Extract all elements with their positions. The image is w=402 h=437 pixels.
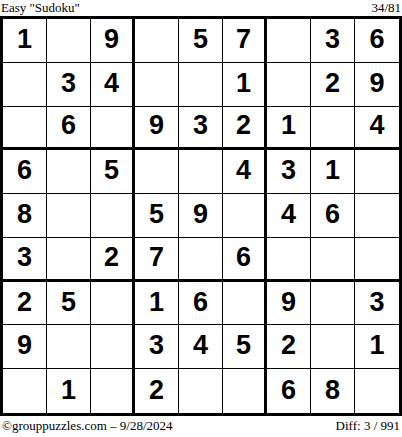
cell-r3c8[interactable] bbox=[311, 107, 355, 151]
cell-r4c2[interactable] bbox=[47, 150, 91, 194]
cell-r1c4[interactable] bbox=[135, 19, 179, 63]
cell-r7c2[interactable]: 5 bbox=[47, 282, 91, 326]
header: Easy "Sudoku" 34/81 bbox=[0, 0, 402, 16]
sudoku-board: 1957363412969321465431859463276251693934… bbox=[0, 16, 402, 416]
cell-r6c5[interactable] bbox=[179, 238, 223, 282]
copyright-date-label: ©grouppuzzles.com – 9/28/2024 bbox=[2, 419, 173, 433]
cell-r2c4[interactable] bbox=[135, 63, 179, 107]
cell-r7c7[interactable]: 9 bbox=[267, 282, 311, 326]
cell-r2c8[interactable]: 2 bbox=[311, 63, 355, 107]
cell-r9c3[interactable] bbox=[91, 369, 135, 413]
cell-r1c8[interactable]: 3 bbox=[311, 19, 355, 63]
difficulty-label: Diff: 3 / 991 bbox=[336, 419, 400, 433]
cell-r3c6[interactable]: 2 bbox=[223, 107, 267, 151]
cell-r1c6[interactable]: 7 bbox=[223, 19, 267, 63]
cell-r6c1[interactable]: 3 bbox=[3, 238, 47, 282]
cell-r6c9[interactable] bbox=[355, 238, 399, 282]
cell-r1c7[interactable] bbox=[267, 19, 311, 63]
cell-r3c7[interactable]: 1 bbox=[267, 107, 311, 151]
cell-r4c5[interactable] bbox=[179, 150, 223, 194]
cell-r6c8[interactable] bbox=[311, 238, 355, 282]
cell-r2c7[interactable] bbox=[267, 63, 311, 107]
cell-r9c1[interactable] bbox=[3, 369, 47, 413]
cell-r7c8[interactable] bbox=[311, 282, 355, 326]
cell-r4c6[interactable]: 4 bbox=[223, 150, 267, 194]
cell-r5c8[interactable]: 6 bbox=[311, 194, 355, 238]
cell-r8c2[interactable] bbox=[47, 325, 91, 369]
cell-r2c6[interactable]: 1 bbox=[223, 63, 267, 107]
cell-r9c7[interactable]: 6 bbox=[267, 369, 311, 413]
cell-r5c2[interactable] bbox=[47, 194, 91, 238]
cell-r1c2[interactable] bbox=[47, 19, 91, 63]
cell-r4c4[interactable] bbox=[135, 150, 179, 194]
cell-r8c5[interactable]: 4 bbox=[179, 325, 223, 369]
cell-r5c5[interactable]: 9 bbox=[179, 194, 223, 238]
cell-r6c2[interactable] bbox=[47, 238, 91, 282]
cell-r4c3[interactable]: 5 bbox=[91, 150, 135, 194]
cell-r5c4[interactable]: 5 bbox=[135, 194, 179, 238]
cell-r7c4[interactable]: 1 bbox=[135, 282, 179, 326]
cell-r8c8[interactable] bbox=[311, 325, 355, 369]
cell-r2c3[interactable]: 4 bbox=[91, 63, 135, 107]
cell-r8c4[interactable]: 3 bbox=[135, 325, 179, 369]
cell-r2c9[interactable]: 9 bbox=[355, 63, 399, 107]
cell-r1c5[interactable]: 5 bbox=[179, 19, 223, 63]
cell-r4c7[interactable]: 3 bbox=[267, 150, 311, 194]
cell-r3c9[interactable]: 4 bbox=[355, 107, 399, 151]
cell-r8c9[interactable]: 1 bbox=[355, 325, 399, 369]
cell-r6c6[interactable]: 6 bbox=[223, 238, 267, 282]
cell-r7c1[interactable]: 2 bbox=[3, 282, 47, 326]
cell-r3c1[interactable] bbox=[3, 107, 47, 151]
cell-r4c1[interactable]: 6 bbox=[3, 150, 47, 194]
cell-r3c2[interactable]: 6 bbox=[47, 107, 91, 151]
cell-r4c9[interactable] bbox=[355, 150, 399, 194]
cell-r9c4[interactable]: 2 bbox=[135, 369, 179, 413]
cell-r7c5[interactable]: 6 bbox=[179, 282, 223, 326]
cell-r7c3[interactable] bbox=[91, 282, 135, 326]
sudoku-page: Easy "Sudoku" 34/81 19573634129693214654… bbox=[0, 0, 402, 437]
cell-r5c6[interactable] bbox=[223, 194, 267, 238]
cell-r3c4[interactable]: 9 bbox=[135, 107, 179, 151]
cell-r8c7[interactable]: 2 bbox=[267, 325, 311, 369]
cell-r5c3[interactable] bbox=[91, 194, 135, 238]
cell-r1c3[interactable]: 9 bbox=[91, 19, 135, 63]
cell-r1c1[interactable]: 1 bbox=[3, 19, 47, 63]
cell-r6c7[interactable] bbox=[267, 238, 311, 282]
cell-r8c1[interactable]: 9 bbox=[3, 325, 47, 369]
cell-r3c5[interactable]: 3 bbox=[179, 107, 223, 151]
cell-r6c3[interactable]: 2 bbox=[91, 238, 135, 282]
cell-r9c2[interactable]: 1 bbox=[47, 369, 91, 413]
cell-r2c5[interactable] bbox=[179, 63, 223, 107]
cell-r8c3[interactable] bbox=[91, 325, 135, 369]
cell-r9c6[interactable] bbox=[223, 369, 267, 413]
cell-r7c9[interactable]: 3 bbox=[355, 282, 399, 326]
cells-remaining-counter: 34/81 bbox=[371, 1, 401, 15]
cell-r2c2[interactable]: 3 bbox=[47, 63, 91, 107]
puzzle-title: Easy "Sudoku" bbox=[1, 1, 80, 15]
cell-r1c9[interactable]: 6 bbox=[355, 19, 399, 63]
cell-r9c9[interactable] bbox=[355, 369, 399, 413]
cell-r5c9[interactable] bbox=[355, 194, 399, 238]
cell-r6c4[interactable]: 7 bbox=[135, 238, 179, 282]
cell-r5c7[interactable]: 4 bbox=[267, 194, 311, 238]
cell-r9c8[interactable]: 8 bbox=[311, 369, 355, 413]
cell-r9c5[interactable] bbox=[179, 369, 223, 413]
cell-r8c6[interactable]: 5 bbox=[223, 325, 267, 369]
footer: ©grouppuzzles.com – 9/28/2024 Diff: 3 / … bbox=[0, 416, 402, 437]
cell-r7c6[interactable] bbox=[223, 282, 267, 326]
cell-r3c3[interactable] bbox=[91, 107, 135, 151]
cell-r2c1[interactable] bbox=[3, 63, 47, 107]
cell-r5c1[interactable]: 8 bbox=[3, 194, 47, 238]
cell-r4c8[interactable]: 1 bbox=[311, 150, 355, 194]
